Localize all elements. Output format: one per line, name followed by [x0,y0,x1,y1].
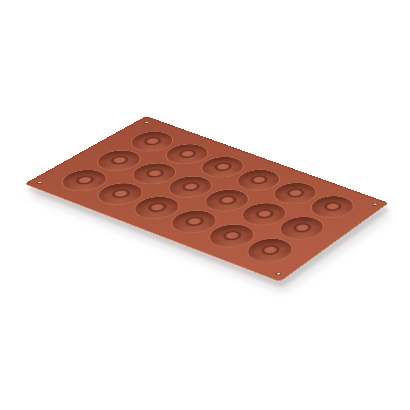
cavity-bump [217,229,246,244]
cavity-bump [140,167,168,180]
cavity-bump [180,214,209,228]
cavity-bump [106,187,135,201]
cavity-bump [245,173,272,186]
cavity-bump [250,207,278,221]
cavity-bump [256,243,285,258]
cavity-bump [105,154,133,167]
cavity-bump [70,174,99,188]
cavity-bump [319,200,346,214]
cavity-bump [209,160,236,173]
cavity-bump [176,180,204,194]
cavity-bump [213,193,241,207]
product-photo [0,0,410,410]
cavity-bump [139,135,166,148]
cavity-bump [173,148,200,161]
cavity-bump [288,221,316,235]
cavity-bump [282,187,309,201]
cavity-bump [142,201,171,215]
